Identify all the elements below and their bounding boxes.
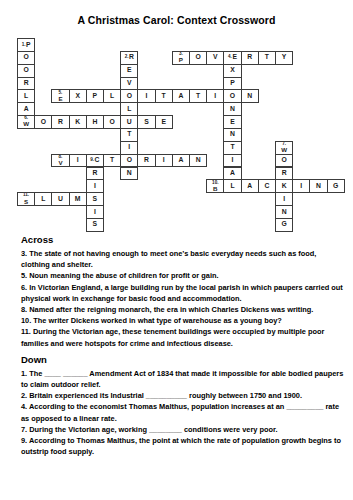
grid-cell[interactable]: 4.E	[223, 51, 241, 65]
cell-letter: V	[58, 160, 62, 166]
grid-cell[interactable]: I	[86, 205, 104, 219]
grid-cell[interactable]: A	[223, 167, 241, 181]
grid-cell[interactable]: R	[275, 167, 293, 181]
cell-letter: U	[58, 196, 63, 203]
grid-cell[interactable]: G	[275, 218, 293, 232]
grid-cell[interactable]: A	[172, 154, 190, 168]
cell-letter: I	[94, 209, 96, 216]
cell-letter: Y	[282, 54, 287, 61]
cell-letter: R	[24, 80, 29, 87]
cell-letter: T	[162, 93, 166, 100]
down-heading: Down	[21, 354, 347, 365]
grid-cell[interactable]: K	[69, 115, 87, 129]
cell-number: 4.	[228, 55, 232, 60]
grid-cell[interactable]: I	[69, 154, 87, 168]
grid-cell[interactable]: Y	[275, 51, 293, 65]
cell-letter: T	[110, 157, 114, 164]
cell-letter: B	[213, 186, 217, 192]
grid-cell[interactable]: P	[86, 89, 104, 103]
cell-letter: I	[77, 157, 79, 164]
grid-cell[interactable]: H	[86, 115, 104, 129]
grid-cell[interactable]: L	[34, 192, 52, 206]
grid-cell[interactable]: G	[327, 179, 345, 193]
down-clue-item: 1. The ____ ______ Amendment Act of 1834…	[21, 368, 347, 390]
down-clues: 1. The ____ ______ Amendment Act of 1834…	[21, 368, 347, 458]
grid-cell[interactable]: C	[258, 179, 276, 193]
grid-cell[interactable]: R	[137, 154, 155, 168]
grid-cell[interactable]: T	[155, 89, 173, 103]
cell-letter: O	[281, 157, 286, 164]
grid-cell[interactable]: K	[275, 179, 293, 193]
grid-cell[interactable]: I	[120, 141, 138, 155]
across-clue-item: 11. During the Victorian age, these tene…	[21, 326, 347, 348]
cell-letter: K	[282, 183, 287, 190]
cell-letter: L	[41, 196, 45, 203]
cell-letter: I	[163, 157, 165, 164]
crossword-grid: 1.POORLA6.W2.REVOLUTION3.POV4.ERTYXPONEN…	[17, 38, 347, 233]
grid-cell[interactable]: A	[241, 179, 259, 193]
across-clue-item: 8. Named after the reigning monarch, the…	[21, 304, 347, 315]
grid-cell[interactable]: 1.P	[17, 38, 35, 52]
cell-letter: X	[75, 93, 80, 100]
grid-cell[interactable]: 5.E	[51, 89, 69, 103]
across-clue-item: 5. Noun meaning the abuse of children fo…	[21, 270, 347, 281]
across-clues: 3. The state of not having enough to mee…	[21, 248, 347, 349]
grid-cell[interactable]: T	[258, 51, 276, 65]
cell-letter: O	[23, 54, 28, 61]
cell-letter: V	[127, 80, 132, 87]
grid-cell[interactable]: M	[69, 192, 87, 206]
cell-letter: P	[26, 42, 31, 49]
cell-letter: O	[127, 93, 132, 100]
worksheet-page: { "title": "A Christmas Carol: Context C…	[0, 0, 353, 500]
cell-letter: T	[230, 144, 234, 151]
grid-cell[interactable]: R	[241, 51, 259, 65]
grid-cell[interactable]: O	[34, 115, 52, 129]
grid-cell[interactable]: O	[120, 154, 138, 168]
cell-letter: T	[265, 54, 269, 61]
cell-letter: P	[179, 57, 183, 63]
cell-letter: T	[196, 93, 200, 100]
cell-number: 2.	[125, 55, 129, 60]
grid-cell[interactable]: I	[86, 179, 104, 193]
cell-letter: E	[58, 96, 62, 102]
grid-cell[interactable]: V	[206, 51, 224, 65]
cell-letter: P	[230, 80, 235, 87]
cell-letter: E	[230, 119, 235, 126]
cell-letter: A	[178, 157, 183, 164]
cell-letter: S	[24, 199, 28, 205]
cell-letter: N	[316, 183, 321, 190]
grid-cell[interactable]: I	[292, 179, 310, 193]
cell-letter: N	[230, 106, 235, 113]
down-clue-item: 7. During the Victorian age, working ___…	[21, 424, 347, 435]
cell-letter: A	[178, 93, 183, 100]
cell-letter: O	[23, 67, 28, 74]
grid-cell[interactable]: S	[86, 192, 104, 206]
cell-letter: N	[230, 131, 235, 138]
grid-cell[interactable]: O	[103, 115, 121, 129]
down-clue-item: 4. According to the economist Thomas Mal…	[21, 401, 347, 423]
cell-letter: A	[24, 106, 29, 113]
grid-cell[interactable]: N	[223, 128, 241, 142]
grid-cell[interactable]: 3.P	[172, 51, 190, 65]
grid-cell[interactable]: E	[223, 115, 241, 129]
cell-letter: U	[127, 119, 132, 126]
cell-letter: S	[93, 221, 98, 228]
cell-letter: H	[92, 119, 97, 126]
cell-letter: L	[24, 93, 28, 100]
grid-cell[interactable]: L	[17, 89, 35, 103]
grid-cell[interactable]: S	[86, 218, 104, 232]
cell-letter: O	[127, 157, 132, 164]
grid-cell[interactable]: U	[51, 192, 69, 206]
cell-letter: C	[95, 157, 100, 164]
cell-letter: T	[127, 131, 131, 138]
cell-letter: L	[127, 106, 131, 113]
grid-cell[interactable]: T	[223, 141, 241, 155]
cell-letter: N	[196, 157, 201, 164]
down-clue-item: 9. According to Thomas Malthus, the poin…	[21, 435, 347, 457]
cell-letter: X	[230, 67, 235, 74]
grid-cell[interactable]: T	[189, 89, 207, 103]
grid-cell[interactable]: 7.W	[275, 141, 293, 155]
cell-letter: E	[232, 54, 237, 61]
cell-letter: O	[41, 119, 46, 126]
cell-letter: N	[247, 93, 252, 100]
cell-letter: E	[161, 119, 166, 126]
grid-cell[interactable]: T	[120, 128, 138, 142]
grid-cell[interactable]: N	[241, 89, 259, 103]
grid-cell[interactable]: U	[120, 115, 138, 129]
grid-cell[interactable]: 8.V	[51, 154, 69, 168]
across-clue-item: 6. In Victorian England, a large buildin…	[21, 282, 347, 304]
cell-letter: R	[129, 54, 134, 61]
grid-cell[interactable]: 9.C	[86, 154, 104, 168]
grid-cell[interactable]: I	[137, 89, 155, 103]
cell-letter: R	[282, 170, 287, 177]
grid-cell[interactable]: O	[120, 89, 138, 103]
grid-cell[interactable]: N	[309, 179, 327, 193]
cell-letter: R	[92, 170, 97, 177]
down-clue-item: 2. Britain experienced its Industrial __…	[21, 390, 347, 401]
cell-letter: I	[300, 183, 302, 190]
grid-cell[interactable]: N	[223, 102, 241, 116]
cell-letter: S	[93, 196, 98, 203]
cell-letter: C	[264, 183, 269, 190]
cell-letter: S	[144, 119, 149, 126]
grid-cell[interactable]: I	[275, 192, 293, 206]
grid-cell[interactable]: I	[223, 154, 241, 168]
cell-letter: E	[127, 67, 132, 74]
cell-letter: M	[75, 196, 81, 203]
cell-letter: K	[75, 119, 80, 126]
grid-cell[interactable]: O	[275, 154, 293, 168]
grid-cell[interactable]: 2.R	[120, 51, 138, 65]
grid-cell[interactable]: L	[223, 179, 241, 193]
cell-letter: G	[281, 221, 286, 228]
cell-number: 9.	[90, 158, 94, 163]
grid-cell[interactable]: O	[189, 51, 207, 65]
grid-cell[interactable]: O	[17, 64, 35, 78]
grid-cell[interactable]: S	[137, 115, 155, 129]
clues-section: Across 3. The state of not having enough…	[21, 234, 347, 457]
cell-letter: W	[23, 121, 29, 127]
page-title: A Christmas Carol: Context Crossword	[0, 14, 353, 26]
grid-cell[interactable]: V	[120, 77, 138, 91]
grid-cell[interactable]: T	[103, 154, 121, 168]
cell-letter: O	[195, 54, 200, 61]
cell-letter: O	[109, 119, 114, 126]
cell-letter: O	[230, 93, 235, 100]
cell-letter: L	[110, 93, 114, 100]
grid-cell[interactable]: X	[69, 89, 87, 103]
across-heading: Across	[21, 234, 347, 245]
grid-cell[interactable]: L	[103, 89, 121, 103]
cell-letter: P	[93, 93, 98, 100]
cell-letter: R	[247, 54, 252, 61]
across-clue-item: 3. The state of not having enough to mee…	[21, 248, 347, 270]
grid-cell[interactable]: I	[155, 154, 173, 168]
cell-letter: N	[127, 170, 132, 177]
cell-letter: A	[247, 183, 252, 190]
grid-cell[interactable]: N	[189, 154, 207, 168]
grid-cell[interactable]: 10.B	[206, 179, 224, 193]
grid-cell[interactable]: R	[17, 77, 35, 91]
cell-letter: G	[333, 183, 338, 190]
grid-cell[interactable]: 11.S	[17, 192, 35, 206]
grid-cell[interactable]: O	[17, 51, 35, 65]
grid-cell[interactable]: 6.W	[17, 115, 35, 129]
grid-cell[interactable]: A	[17, 102, 35, 116]
grid-cell[interactable]: A	[172, 89, 190, 103]
cell-letter: I	[232, 157, 234, 164]
cell-letter: L	[230, 183, 234, 190]
cell-letter: W	[281, 147, 287, 153]
cell-letter: I	[214, 93, 216, 100]
cell-letter: R	[58, 119, 63, 126]
cell-number: 1.	[22, 43, 26, 48]
grid-cell[interactable]: L	[120, 102, 138, 116]
cell-letter: I	[283, 196, 285, 203]
cell-letter: R	[144, 157, 149, 164]
grid-cell[interactable]: N	[275, 205, 293, 219]
cell-letter: I	[94, 183, 96, 190]
cell-letter: N	[282, 209, 287, 216]
cell-letter: I	[128, 144, 130, 151]
grid-cell[interactable]: I	[206, 89, 224, 103]
cell-letter: V	[213, 54, 218, 61]
grid-cell[interactable]: N	[120, 167, 138, 181]
cell-letter: I	[146, 93, 148, 100]
grid-cell[interactable]: R	[51, 115, 69, 129]
grid-cell[interactable]: O	[223, 89, 241, 103]
grid-cell[interactable]: R	[86, 167, 104, 181]
grid-cell[interactable]: X	[223, 64, 241, 78]
grid-cell[interactable]: P	[223, 77, 241, 91]
grid-cell[interactable]: E	[120, 64, 138, 78]
grid-cell[interactable]: E	[155, 115, 173, 129]
across-clue-item: 10. The writer Dickens worked in what ty…	[21, 315, 347, 326]
cell-letter: A	[230, 170, 235, 177]
